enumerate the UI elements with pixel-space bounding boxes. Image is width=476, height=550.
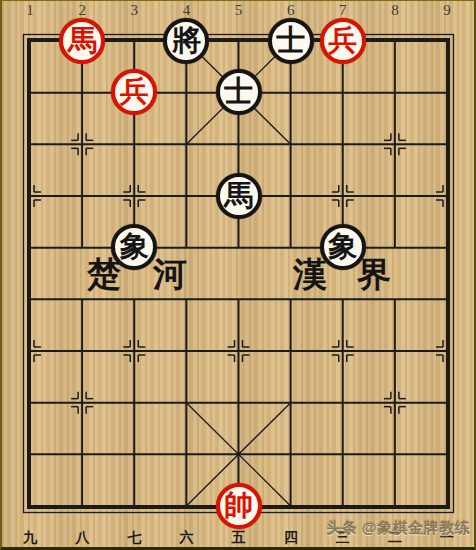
red-general-glyph: 帥: [224, 486, 253, 524]
red-soldier-glyph: 兵: [328, 21, 357, 59]
black-elephant[interactable]: 象: [320, 224, 366, 270]
file-label-bottom-3: 七: [127, 529, 141, 547]
black-advisor-glyph: 士: [276, 21, 305, 59]
red-general[interactable]: 帥: [216, 483, 262, 529]
red-soldier-glyph: 兵: [120, 72, 149, 110]
black-horse[interactable]: 馬: [216, 173, 262, 219]
red-horse[interactable]: 馬: [59, 18, 105, 64]
black-advisor[interactable]: 士: [216, 69, 262, 115]
red-soldier[interactable]: 兵: [320, 18, 366, 64]
xiangqi-diagram: 123456789 楚河漢界 馬將士兵兵士馬象象帥 九八七六五四三二一 头条 @…: [0, 0, 476, 550]
file-label-bottom-4: 六: [179, 529, 193, 547]
file-label-bottom-6: 四: [284, 529, 298, 547]
file-label-bottom-1: 九: [23, 529, 37, 547]
black-general-glyph: 將: [172, 21, 201, 59]
black-elephant[interactable]: 象: [111, 224, 157, 270]
board-grid: 馬將士兵兵士馬象象帥: [4, 15, 473, 532]
file-label-bottom-5: 五: [232, 529, 246, 547]
black-horse-glyph: 馬: [224, 176, 253, 214]
black-advisor-glyph: 士: [224, 72, 253, 110]
black-elephant-glyph: 象: [120, 227, 149, 265]
red-horse-glyph: 馬: [68, 21, 97, 59]
red-soldier[interactable]: 兵: [111, 69, 157, 115]
black-general[interactable]: 將: [163, 18, 209, 64]
file-label-bottom-2: 八: [75, 529, 89, 547]
black-advisor[interactable]: 士: [268, 18, 314, 64]
black-elephant-glyph: 象: [328, 227, 357, 265]
watermark: 头条 @象棋金牌教练: [326, 519, 470, 538]
